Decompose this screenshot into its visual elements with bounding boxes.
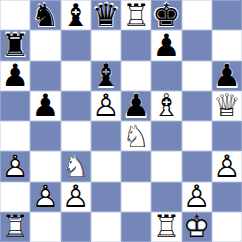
square-e8[interactable]: ♜♖ [121, 0, 151, 30]
black-bishop-piece[interactable]: ♝♝ [91, 61, 121, 91]
piece-silhouette-glyph: ♞ [30, 0, 60, 30]
white-rook-piece[interactable]: ♜♖ [151, 212, 181, 242]
piece-outline-glyph: ♙ [0, 151, 30, 181]
white-knight-piece[interactable]: ♞♘ [61, 151, 91, 181]
piece-outline-glyph: ♙ [61, 182, 91, 212]
black-pawn-piece[interactable]: ♟♟ [30, 91, 60, 121]
piece-outline-glyph: ♖ [151, 212, 181, 242]
square-h3[interactable]: ♟♙ [212, 151, 242, 181]
square-f4[interactable] [151, 121, 181, 151]
piece-silhouette-glyph: ♟ [30, 91, 60, 121]
piece-silhouette-glyph: ♟ [212, 61, 242, 91]
square-b8[interactable]: ♞♞ [30, 0, 60, 30]
piece-outline-glyph: ♔ [182, 212, 212, 242]
white-pawn-piece[interactable]: ♟♙ [30, 182, 60, 212]
black-queen-piece[interactable]: ♛♛ [91, 0, 121, 30]
square-e5[interactable]: ♟♟ [121, 91, 151, 121]
square-g6[interactable] [182, 61, 212, 91]
black-pawn-piece[interactable]: ♟♟ [151, 30, 181, 60]
white-pawn-piece[interactable]: ♟♙ [0, 151, 30, 181]
square-d2[interactable] [91, 182, 121, 212]
square-a2[interactable] [0, 182, 30, 212]
square-g2[interactable]: ♟♙ [182, 182, 212, 212]
chess-board: ♞♞♝♝♛♛♜♖♚♚♜♜♟♟♟♟♝♝♟♟♟♟♟♙♟♟♝♗♛♕♞♘♟♙♞♘♟♙♟♙… [0, 0, 242, 242]
square-g8[interactable] [182, 0, 212, 30]
white-pawn-piece[interactable]: ♟♙ [91, 91, 121, 121]
black-pawn-piece[interactable]: ♟♟ [212, 61, 242, 91]
square-b7[interactable] [30, 30, 60, 60]
piece-outline-glyph: ♘ [61, 151, 91, 181]
white-pawn-piece[interactable]: ♟♙ [212, 151, 242, 181]
piece-outline-glyph: ♙ [182, 182, 212, 212]
white-bishop-piece[interactable]: ♝♗ [151, 91, 181, 121]
piece-silhouette-glyph: ♟ [151, 30, 181, 60]
white-rook-piece[interactable]: ♜♖ [121, 0, 151, 30]
square-e4[interactable]: ♞♘ [121, 121, 151, 151]
piece-outline-glyph: ♖ [0, 212, 30, 242]
square-a4[interactable] [0, 121, 30, 151]
square-h2[interactable] [212, 182, 242, 212]
square-e1[interactable] [121, 212, 151, 242]
black-knight-piece[interactable]: ♞♞ [30, 0, 60, 30]
square-c8[interactable]: ♝♝ [61, 0, 91, 30]
square-f6[interactable] [151, 61, 181, 91]
square-h5[interactable]: ♛♕ [212, 91, 242, 121]
square-d3[interactable] [91, 151, 121, 181]
piece-outline-glyph: ♖ [121, 0, 151, 30]
square-b4[interactable] [30, 121, 60, 151]
piece-silhouette-glyph: ♟ [0, 61, 30, 91]
piece-outline-glyph: ♘ [121, 121, 151, 151]
white-rook-piece[interactable]: ♜♖ [0, 212, 30, 242]
square-c6[interactable] [61, 61, 91, 91]
piece-outline-glyph: ♙ [212, 151, 242, 181]
square-a5[interactable] [0, 91, 30, 121]
square-f7[interactable]: ♟♟ [151, 30, 181, 60]
white-king-piece[interactable]: ♚♔ [182, 212, 212, 242]
square-a6[interactable]: ♟♟ [0, 61, 30, 91]
white-pawn-piece[interactable]: ♟♙ [182, 182, 212, 212]
black-pawn-piece[interactable]: ♟♟ [121, 91, 151, 121]
square-b2[interactable]: ♟♙ [30, 182, 60, 212]
square-e7[interactable] [121, 30, 151, 60]
square-d4[interactable] [91, 121, 121, 151]
square-e2[interactable] [121, 182, 151, 212]
square-f3[interactable] [151, 151, 181, 181]
square-f1[interactable]: ♜♖ [151, 212, 181, 242]
square-f5[interactable]: ♝♗ [151, 91, 181, 121]
square-a1[interactable]: ♜♖ [0, 212, 30, 242]
square-c1[interactable] [61, 212, 91, 242]
piece-silhouette-glyph: ♛ [91, 0, 121, 30]
piece-outline-glyph: ♙ [91, 91, 121, 121]
square-a3[interactable]: ♟♙ [0, 151, 30, 181]
square-b5[interactable]: ♟♟ [30, 91, 60, 121]
white-pawn-piece[interactable]: ♟♙ [61, 182, 91, 212]
square-f2[interactable] [151, 182, 181, 212]
square-h1[interactable] [212, 212, 242, 242]
square-b3[interactable] [30, 151, 60, 181]
square-g3[interactable] [182, 151, 212, 181]
piece-outline-glyph: ♙ [30, 182, 60, 212]
square-d6[interactable]: ♝♝ [91, 61, 121, 91]
square-h6[interactable]: ♟♟ [212, 61, 242, 91]
piece-silhouette-glyph: ♟ [121, 91, 151, 121]
square-h4[interactable] [212, 121, 242, 151]
square-g7[interactable] [182, 30, 212, 60]
square-g4[interactable] [182, 121, 212, 151]
square-d8[interactable]: ♛♛ [91, 0, 121, 30]
square-e3[interactable] [121, 151, 151, 181]
piece-outline-glyph: ♗ [151, 91, 181, 121]
square-b1[interactable] [30, 212, 60, 242]
square-c2[interactable]: ♟♙ [61, 182, 91, 212]
white-queen-piece[interactable]: ♛♕ [212, 91, 242, 121]
square-g1[interactable]: ♚♔ [182, 212, 212, 242]
square-c5[interactable] [61, 91, 91, 121]
square-d1[interactable] [91, 212, 121, 242]
piece-silhouette-glyph: ♝ [91, 61, 121, 91]
white-knight-piece[interactable]: ♞♘ [121, 121, 151, 151]
piece-silhouette-glyph: ♝ [61, 0, 91, 30]
black-bishop-piece[interactable]: ♝♝ [61, 0, 91, 30]
square-c3[interactable]: ♞♘ [61, 151, 91, 181]
square-g5[interactable] [182, 91, 212, 121]
square-c4[interactable] [61, 121, 91, 151]
square-c7[interactable] [61, 30, 91, 60]
square-d5[interactable]: ♟♙ [91, 91, 121, 121]
square-h8[interactable] [212, 0, 242, 30]
black-pawn-piece[interactable]: ♟♟ [0, 61, 30, 91]
piece-outline-glyph: ♕ [212, 91, 242, 121]
